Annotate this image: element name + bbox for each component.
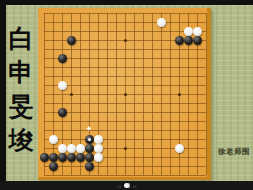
- stone-black: [58, 54, 67, 63]
- stone-white: [94, 144, 103, 153]
- stone-black: [40, 153, 49, 162]
- star-point: [178, 93, 181, 96]
- stone-white: [94, 153, 103, 162]
- grid-line: [143, 13, 144, 175]
- player-control-bar: ‹‹ ››: [0, 181, 253, 190]
- play-knob-icon[interactable]: [124, 183, 130, 189]
- stone-black: [85, 144, 94, 153]
- stone-black: [184, 36, 193, 45]
- player-controls: ‹‹ ››: [108, 183, 146, 189]
- grid-line: [152, 13, 153, 175]
- stone-white: [184, 27, 193, 36]
- stone-black: [49, 162, 58, 171]
- video-frame[interactable]: 白 申 旻 埈 ✦ 徐老师围: [0, 5, 253, 181]
- caption-char-name-2: 旻: [5, 90, 37, 124]
- stone-white: [58, 81, 67, 90]
- stone-black: [58, 108, 67, 117]
- star-point: [124, 147, 127, 150]
- stone-black: [67, 36, 76, 45]
- grid-line: [170, 13, 171, 175]
- stone-white: [58, 144, 67, 153]
- grid-line: [161, 13, 162, 175]
- stone-black: [193, 36, 202, 45]
- video-player: 白 申 旻 埈 ✦ 徐老师围 ‹‹ ››: [0, 0, 253, 190]
- stone-black: [58, 153, 67, 162]
- star-point: [124, 93, 127, 96]
- stone-white: [175, 144, 184, 153]
- tatami-background: 白 申 旻 埈 ✦ 徐老师围: [6, 5, 253, 181]
- grid-line: [44, 139, 206, 140]
- new-move-sparkle-icon: ✦: [86, 126, 92, 133]
- player-caption: 白 申 旻 埈: [5, 22, 37, 158]
- caption-char-white: 白: [5, 22, 37, 56]
- stone-white: [193, 27, 202, 36]
- grid-line: [44, 130, 206, 131]
- stone-black: [67, 153, 76, 162]
- stone-black: [49, 153, 58, 162]
- grid-line: [44, 175, 206, 176]
- caption-char-name-1: 申: [5, 56, 37, 90]
- stone-white: [76, 144, 85, 153]
- grid-line: [44, 112, 206, 113]
- caption-char-name-3: 埈: [5, 124, 37, 158]
- grid-line: [44, 103, 206, 104]
- star-point: [70, 93, 73, 96]
- grid-line: [206, 13, 207, 175]
- stone-black: [76, 153, 85, 162]
- stone-white: [67, 144, 76, 153]
- forward-icon[interactable]: ››: [133, 183, 137, 189]
- stone-black: [85, 153, 94, 162]
- star-point: [124, 39, 127, 42]
- go-board: ✦: [38, 8, 211, 180]
- grid-line: [44, 166, 206, 167]
- stone-white: [94, 135, 103, 144]
- stone-white: [157, 18, 166, 27]
- watermark-text: 徐老师围: [218, 147, 253, 157]
- stone-black-last-move: [85, 135, 94, 144]
- stone-black: [85, 162, 94, 171]
- rewind-icon[interactable]: ‹‹: [117, 183, 121, 189]
- stone-white: [49, 135, 58, 144]
- stone-black: [175, 36, 184, 45]
- grid-line: [44, 121, 206, 122]
- grid-line: [134, 13, 135, 175]
